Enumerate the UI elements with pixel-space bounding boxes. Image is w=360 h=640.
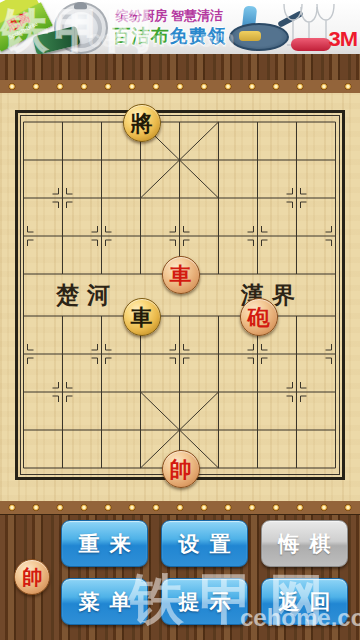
piece-red-cannon[interactable]: 砲 bbox=[240, 298, 278, 336]
piece-black-general[interactable]: 將 bbox=[123, 104, 161, 142]
hint-button[interactable]: 提示 bbox=[161, 578, 248, 625]
river-label-left: 楚河 bbox=[56, 280, 118, 311]
piece-black-chariot[interactable]: 車 bbox=[123, 298, 161, 336]
back-button[interactable]: 返回 bbox=[261, 578, 348, 625]
menu-button[interactable]: 菜单 bbox=[61, 578, 148, 625]
undo-button[interactable]: 悔棋 bbox=[261, 520, 348, 567]
app-screen: 思高 Scotch-Brite 缤纷厨房 智慧清洁 百洁布免费领 3M 铁甲网 … bbox=[0, 0, 360, 640]
piece-red-chariot[interactable]: 車 bbox=[162, 256, 200, 294]
restart-button[interactable]: 重来 bbox=[61, 520, 148, 567]
turn-indicator-piece: 帥 bbox=[14, 559, 50, 595]
settings-button[interactable]: 设置 bbox=[161, 520, 248, 567]
piece-red-general[interactable]: 帥 bbox=[162, 450, 200, 488]
stud-row-bottom bbox=[0, 501, 360, 514]
